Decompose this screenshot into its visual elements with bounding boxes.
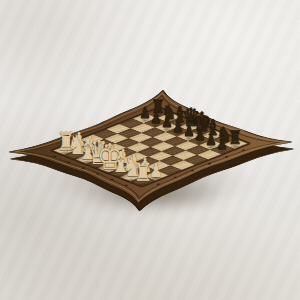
piece-black-pawn-f7[interactable]: ♟ xyxy=(194,128,206,144)
piece-white-rook-h1[interactable]: ♜ xyxy=(134,160,153,185)
pieces-layer: ♜♞♝♛♚♝♞♜♟♟♟♟♟♟♟♟♟♟♟♟♟♟♟♟♜♞♝♛♚♝♞♜ xyxy=(0,0,300,300)
piece-black-pawn-d7[interactable]: ♟ xyxy=(172,119,184,135)
photo-scene: ♜♞♝♛♚♝♞♜♟♟♟♟♟♟♟♟♟♟♟♟♟♟♟♟♜♞♝♛♚♝♞♜ xyxy=(0,0,300,300)
piece-black-rook-h8[interactable]: ♜ xyxy=(228,128,242,147)
piece-black-pawn-e7[interactable]: ♟ xyxy=(183,123,195,139)
piece-black-pawn-g7[interactable]: ♟ xyxy=(205,132,217,148)
piece-black-pawn-h7[interactable]: ♟ xyxy=(216,137,228,153)
piece-black-pawn-a7[interactable]: ♟ xyxy=(139,106,151,122)
piece-black-pawn-b7[interactable]: ♟ xyxy=(150,110,162,126)
piece-black-pawn-c7[interactable]: ♟ xyxy=(161,115,173,131)
